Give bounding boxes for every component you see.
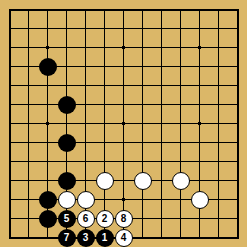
black-stone	[39, 58, 57, 76]
white-stone-move-2: 2	[96, 210, 114, 228]
black-stone	[39, 210, 57, 228]
black-stone	[39, 191, 57, 209]
white-stone	[172, 172, 190, 190]
black-stone	[58, 172, 76, 190]
black-stone-move-3: 3	[77, 229, 95, 247]
black-stone-move-5: 5	[58, 210, 76, 228]
black-stone	[58, 96, 76, 114]
white-stone	[134, 172, 152, 190]
black-stone	[58, 134, 76, 152]
white-stone	[58, 191, 76, 209]
white-stone	[191, 191, 209, 209]
go-board-diagram: 12345678	[0, 0, 247, 247]
black-stone-move-1: 1	[96, 229, 114, 247]
white-stone-move-8: 8	[115, 210, 133, 228]
white-stone-move-6: 6	[77, 210, 95, 228]
white-stone	[96, 172, 114, 190]
black-stone-move-7: 7	[58, 229, 76, 247]
white-stone-move-4: 4	[115, 229, 133, 247]
stones-layer: 12345678	[0, 0, 247, 247]
white-stone	[77, 191, 95, 209]
